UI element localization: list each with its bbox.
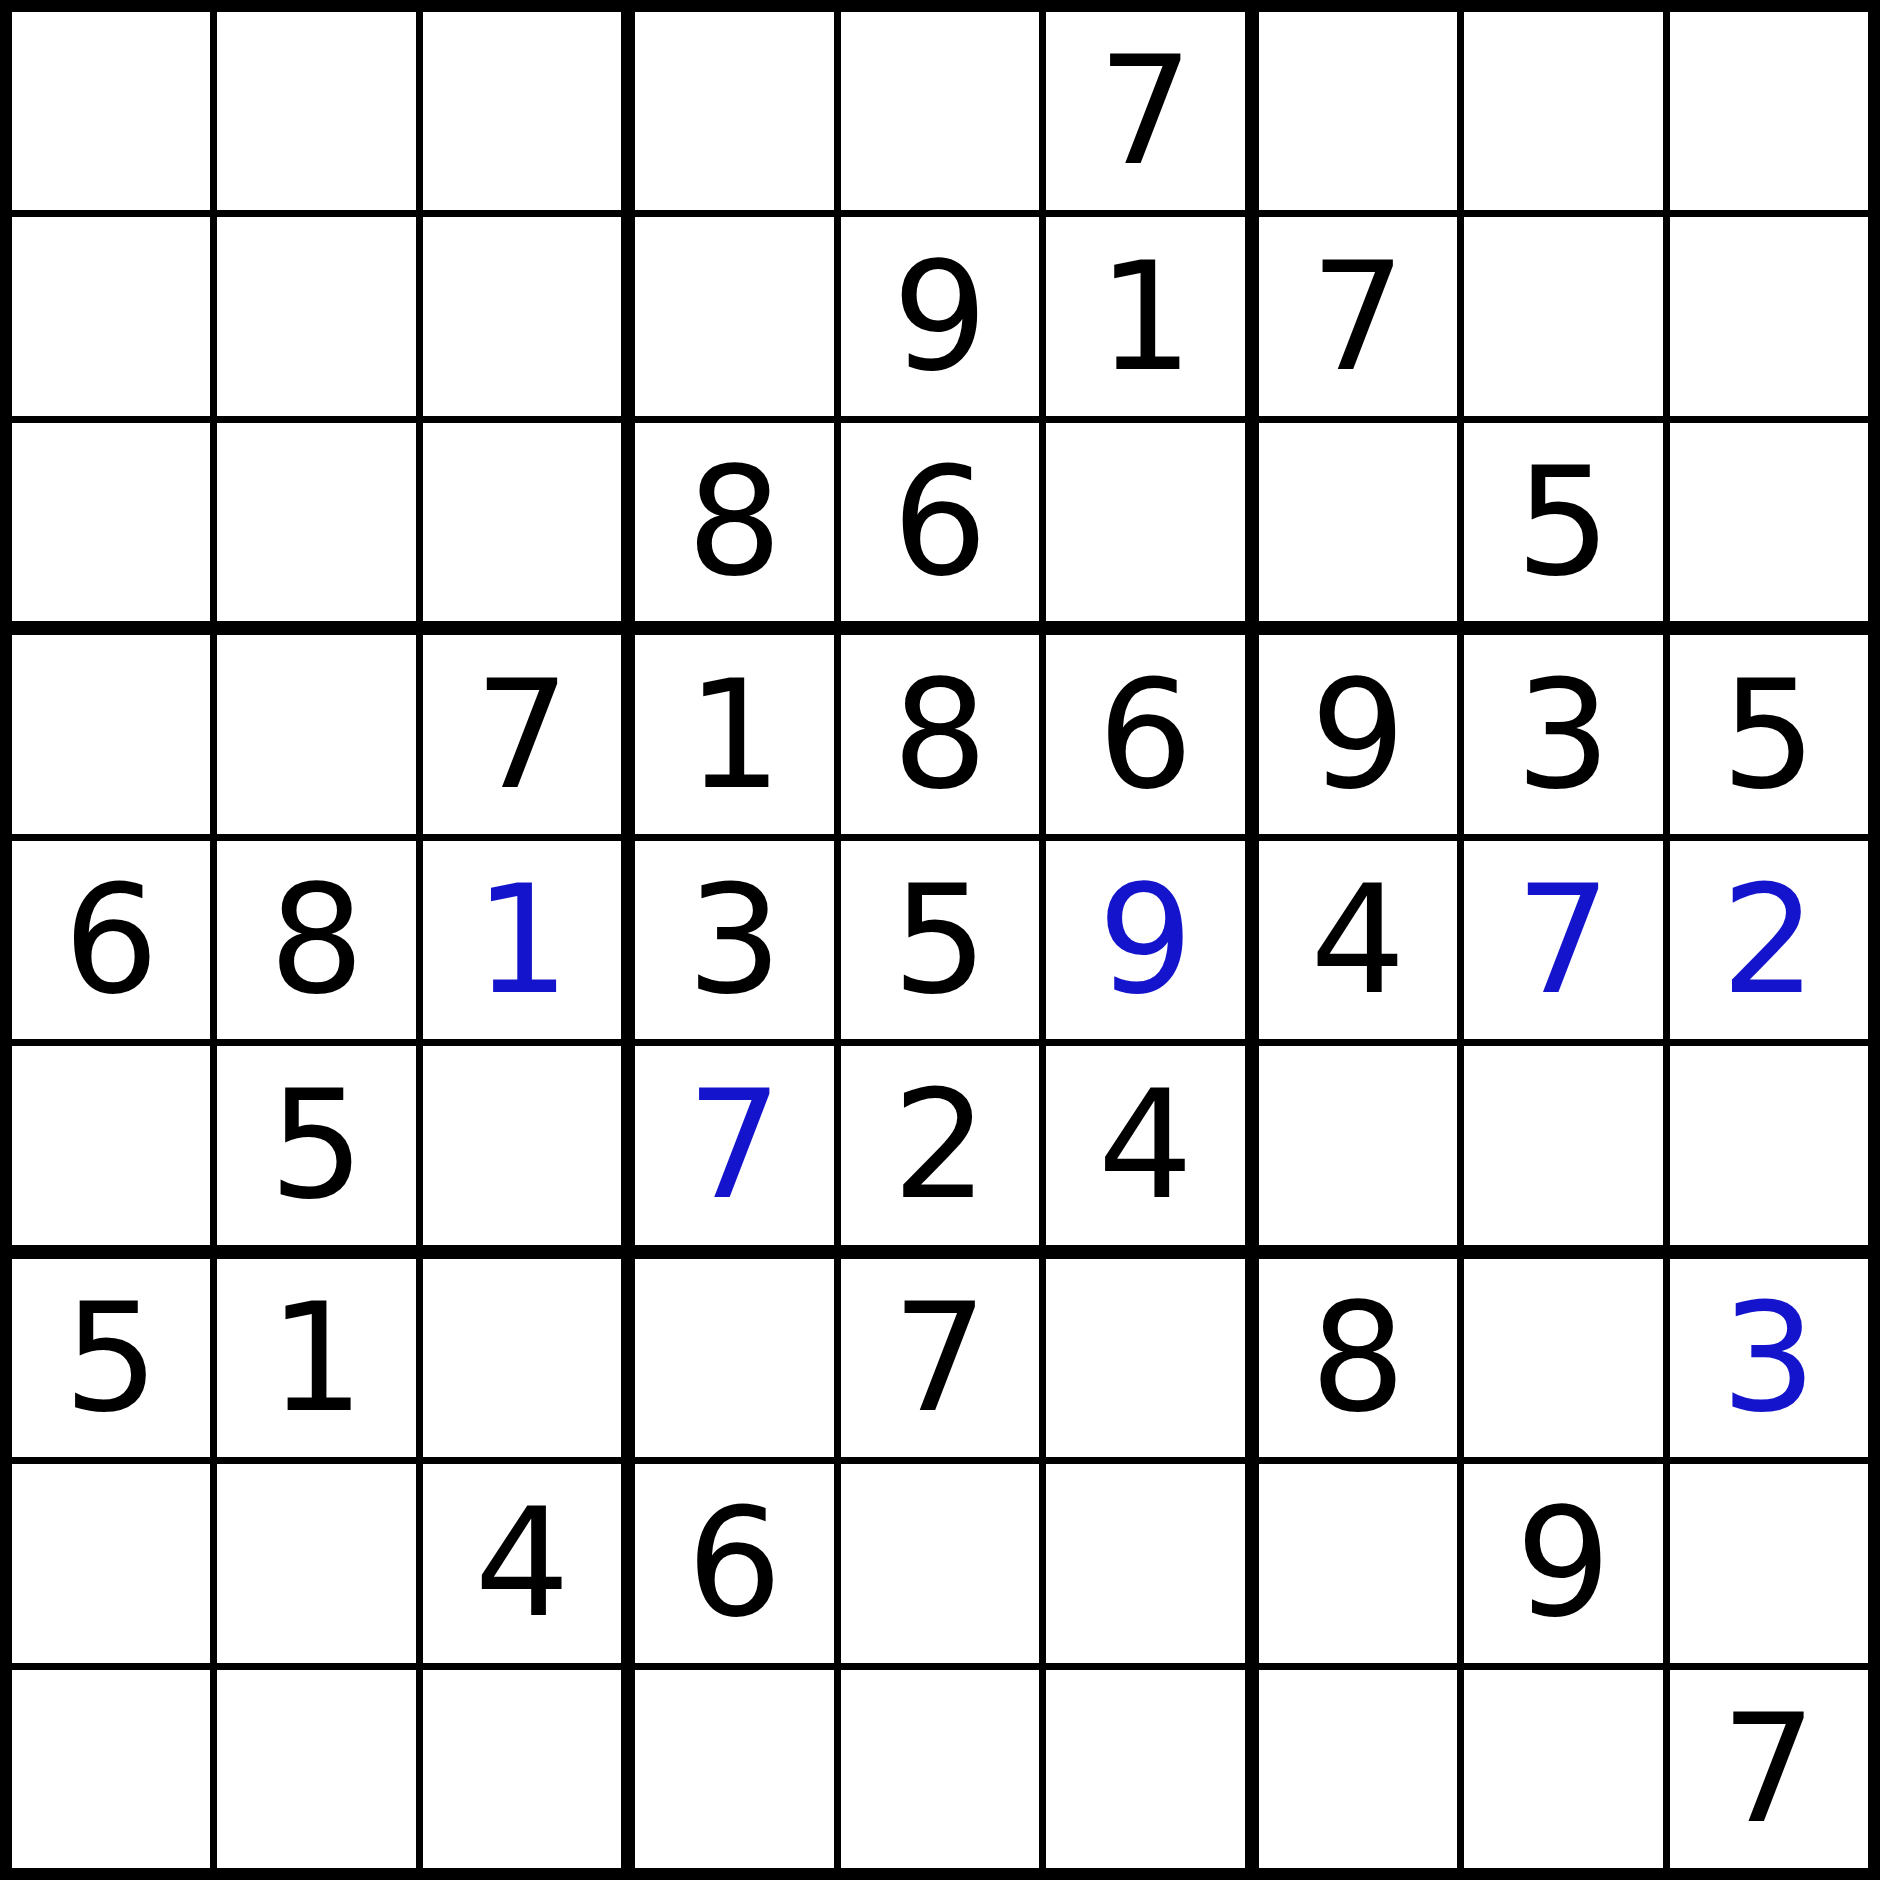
cell-r3c7[interactable] <box>1259 423 1457 621</box>
cell-r8c1[interactable] <box>12 1464 210 1662</box>
cell-r5c5[interactable]: 5 <box>841 841 1039 1039</box>
cell-r1c6[interactable]: 7 <box>1046 12 1244 210</box>
cell-r2c9[interactable] <box>1670 217 1868 415</box>
cell-r8c9[interactable] <box>1670 1464 1868 1662</box>
block-2: 79186 <box>635 12 1244 621</box>
cell-r8c3[interactable]: 4 <box>423 1464 621 1662</box>
cell-r3c5[interactable]: 6 <box>841 423 1039 621</box>
cell-r4c2[interactable] <box>217 635 415 833</box>
cell-r6c2[interactable]: 5 <box>217 1046 415 1244</box>
cell-r6c4[interactable]: 7 <box>635 1046 833 1244</box>
block-9: 8397 <box>1259 1259 1868 1868</box>
cell-r7c7[interactable]: 8 <box>1259 1259 1457 1457</box>
cell-r9c8[interactable] <box>1464 1670 1662 1868</box>
cell-r2c6[interactable]: 1 <box>1046 217 1244 415</box>
cell-r2c2[interactable] <box>217 217 415 415</box>
cell-r2c4[interactable] <box>635 217 833 415</box>
cell-r1c9[interactable] <box>1670 12 1868 210</box>
cell-r2c7[interactable]: 7 <box>1259 217 1457 415</box>
cell-r5c4[interactable]: 3 <box>635 841 833 1039</box>
cell-r8c7[interactable] <box>1259 1464 1457 1662</box>
cell-r3c2[interactable] <box>217 423 415 621</box>
cell-r4c3[interactable]: 7 <box>423 635 621 833</box>
cell-r1c4[interactable] <box>635 12 833 210</box>
block-1 <box>12 12 621 621</box>
cell-r9c6[interactable] <box>1046 1670 1244 1868</box>
cell-r9c5[interactable] <box>841 1670 1039 1868</box>
cell-r4c4[interactable]: 1 <box>635 635 833 833</box>
cell-r6c8[interactable] <box>1464 1046 1662 1244</box>
cell-r9c9[interactable]: 7 <box>1670 1670 1868 1868</box>
cell-r7c2[interactable]: 1 <box>217 1259 415 1457</box>
cell-r5c2[interactable]: 8 <box>217 841 415 1039</box>
block-3: 75 <box>1259 12 1868 621</box>
cell-r8c5[interactable] <box>841 1464 1039 1662</box>
cell-r8c6[interactable] <box>1046 1464 1244 1662</box>
cell-r1c1[interactable] <box>12 12 210 210</box>
cell-r3c3[interactable] <box>423 423 621 621</box>
cell-r5c1[interactable]: 6 <box>12 841 210 1039</box>
cell-r4c5[interactable]: 8 <box>841 635 1039 833</box>
cell-r5c6[interactable]: 9 <box>1046 841 1244 1039</box>
cell-r4c9[interactable]: 5 <box>1670 635 1868 833</box>
cell-r5c8[interactable]: 7 <box>1464 841 1662 1039</box>
cell-r6c9[interactable] <box>1670 1046 1868 1244</box>
cell-r8c8[interactable]: 9 <box>1464 1464 1662 1662</box>
cell-r6c5[interactable]: 2 <box>841 1046 1039 1244</box>
cell-r8c4[interactable]: 6 <box>635 1464 833 1662</box>
cell-r1c7[interactable] <box>1259 12 1457 210</box>
cell-r5c3[interactable]: 1 <box>423 841 621 1039</box>
block-7: 514 <box>12 1259 621 1868</box>
cell-r1c8[interactable] <box>1464 12 1662 210</box>
cell-r2c1[interactable] <box>12 217 210 415</box>
cell-r6c6[interactable]: 4 <box>1046 1046 1244 1244</box>
cell-r9c4[interactable] <box>635 1670 833 1868</box>
cell-r4c6[interactable]: 6 <box>1046 635 1244 833</box>
cell-r4c1[interactable] <box>12 635 210 833</box>
cell-r4c8[interactable]: 3 <box>1464 635 1662 833</box>
cell-r9c3[interactable] <box>423 1670 621 1868</box>
cell-r6c3[interactable] <box>423 1046 621 1244</box>
cell-r3c4[interactable]: 8 <box>635 423 833 621</box>
cell-r1c5[interactable] <box>841 12 1039 210</box>
sudoku-board: 791867576815186359724935472514768397 <box>0 0 1880 1880</box>
cell-r5c9[interactable]: 2 <box>1670 841 1868 1039</box>
cell-r3c9[interactable] <box>1670 423 1868 621</box>
cell-r3c6[interactable] <box>1046 423 1244 621</box>
cell-r7c4[interactable] <box>635 1259 833 1457</box>
block-8: 76 <box>635 1259 1244 1868</box>
cell-r6c1[interactable] <box>12 1046 210 1244</box>
cell-r9c7[interactable] <box>1259 1670 1457 1868</box>
cell-r4c7[interactable]: 9 <box>1259 635 1457 833</box>
cell-r5c7[interactable]: 4 <box>1259 841 1457 1039</box>
cell-r7c3[interactable] <box>423 1259 621 1457</box>
cell-r1c2[interactable] <box>217 12 415 210</box>
block-4: 76815 <box>12 635 621 1244</box>
cell-r7c6[interactable] <box>1046 1259 1244 1457</box>
cell-r7c9[interactable]: 3 <box>1670 1259 1868 1457</box>
cell-r2c5[interactable]: 9 <box>841 217 1039 415</box>
cell-r9c2[interactable] <box>217 1670 415 1868</box>
cell-r7c5[interactable]: 7 <box>841 1259 1039 1457</box>
cell-r3c1[interactable] <box>12 423 210 621</box>
cell-r2c8[interactable] <box>1464 217 1662 415</box>
cell-r7c1[interactable]: 5 <box>12 1259 210 1457</box>
cell-r6c7[interactable] <box>1259 1046 1457 1244</box>
cell-r3c8[interactable]: 5 <box>1464 423 1662 621</box>
cell-r7c8[interactable] <box>1464 1259 1662 1457</box>
cell-r9c1[interactable] <box>12 1670 210 1868</box>
cell-r1c3[interactable] <box>423 12 621 210</box>
cell-r2c3[interactable] <box>423 217 621 415</box>
block-6: 935472 <box>1259 635 1868 1244</box>
cell-r8c2[interactable] <box>217 1464 415 1662</box>
block-5: 186359724 <box>635 635 1244 1244</box>
